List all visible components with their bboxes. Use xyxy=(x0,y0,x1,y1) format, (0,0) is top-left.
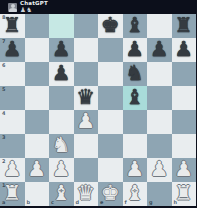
square-d5[interactable]: ♛ xyxy=(74,86,99,110)
square-b5[interactable] xyxy=(25,86,50,110)
square-a4[interactable]: 4 xyxy=(0,110,25,134)
square-f1[interactable]: f♝ xyxy=(123,182,148,206)
square-b4[interactable] xyxy=(25,110,50,134)
black-queen-d5[interactable]: ♛ xyxy=(76,87,95,108)
square-c6[interactable]: ♟ xyxy=(49,62,74,86)
rank-label-4: 4 xyxy=(2,111,5,116)
square-d1[interactable]: d♛ xyxy=(74,182,99,206)
black-bishop-f8[interactable]: ♝ xyxy=(125,15,144,36)
avatar-head-shape xyxy=(11,4,15,8)
black-knight-f6[interactable]: ♞ xyxy=(125,63,144,84)
square-d8[interactable] xyxy=(74,14,99,38)
black-rook-h8[interactable]: ♜ xyxy=(174,15,193,36)
square-e3[interactable] xyxy=(98,134,123,158)
white-pawn-a2[interactable]: ♟ xyxy=(3,159,22,180)
black-pawn-c7[interactable]: ♟ xyxy=(52,39,71,60)
white-queen-d1[interactable]: ♛ xyxy=(76,183,95,204)
square-f4[interactable] xyxy=(123,110,148,134)
white-rook-a1[interactable]: ♜ xyxy=(3,183,22,204)
square-e8[interactable]: ♚ xyxy=(98,14,123,38)
square-b7[interactable] xyxy=(25,38,50,62)
square-f3[interactable] xyxy=(123,134,148,158)
player-bar: ChatGPT ♟♞ xyxy=(0,0,196,14)
square-d3[interactable] xyxy=(74,134,99,158)
square-d6[interactable] xyxy=(74,62,99,86)
square-h4[interactable] xyxy=(172,110,197,134)
square-b8[interactable] xyxy=(25,14,50,38)
black-pawn-a7[interactable]: ♟ xyxy=(3,39,22,60)
white-knight-c3[interactable]: ♞ xyxy=(52,135,71,156)
square-g6[interactable] xyxy=(147,62,172,86)
square-b2[interactable]: ♟ xyxy=(25,158,50,182)
square-c8[interactable] xyxy=(49,14,74,38)
square-g5[interactable] xyxy=(147,86,172,110)
black-bishop-f5[interactable]: ♝ xyxy=(125,87,144,108)
white-bishop-f1[interactable]: ♝ xyxy=(125,183,144,204)
square-c3[interactable]: ♞ xyxy=(49,134,74,158)
square-g2[interactable]: ♟ xyxy=(147,158,172,182)
black-pawn-f7[interactable]: ♟ xyxy=(125,39,144,60)
black-king-e8[interactable]: ♚ xyxy=(101,15,120,36)
white-rook-h1[interactable]: ♜ xyxy=(174,183,193,204)
square-a5[interactable]: 5 xyxy=(0,86,25,110)
square-e4[interactable] xyxy=(98,110,123,134)
black-pawn-c6[interactable]: ♟ xyxy=(52,63,71,84)
black-pawn-h7[interactable]: ♟ xyxy=(174,39,193,60)
square-h6[interactable] xyxy=(172,62,197,86)
square-h7[interactable]: ♟ xyxy=(172,38,197,62)
white-pawn-g2[interactable]: ♟ xyxy=(150,159,169,180)
square-a8[interactable]: 8♜ xyxy=(0,14,25,38)
square-h1[interactable]: h♜ xyxy=(172,182,197,206)
square-a3[interactable]: 3 xyxy=(0,134,25,158)
square-d4[interactable]: ♟ xyxy=(74,110,99,134)
rank-label-6: 6 xyxy=(2,63,5,68)
square-b6[interactable] xyxy=(25,62,50,86)
rank-label-3: 3 xyxy=(2,135,5,140)
square-d7[interactable] xyxy=(74,38,99,62)
square-e6[interactable] xyxy=(98,62,123,86)
square-h5[interactable] xyxy=(172,86,197,110)
player-avatar xyxy=(8,3,17,12)
square-c7[interactable]: ♟ xyxy=(49,38,74,62)
white-pawn-b2[interactable]: ♟ xyxy=(27,159,46,180)
black-rook-a8[interactable]: ♜ xyxy=(3,15,22,36)
square-f8[interactable]: ♝ xyxy=(123,14,148,38)
player-meta: ChatGPT ♟♞ xyxy=(20,1,48,14)
square-b3[interactable] xyxy=(25,134,50,158)
black-pawn-g7[interactable]: ♟ xyxy=(150,39,169,60)
square-a1[interactable]: 1a♜ xyxy=(0,182,25,206)
chess-app-window: ChatGPT ♟♞ 8♜♚♝♜7♟♟♟♟♟6♟♞5♛♝4♟3♞2♟♟♟♟♟♟1… xyxy=(0,0,196,208)
square-g7[interactable]: ♟ xyxy=(147,38,172,62)
rank-label-5: 5 xyxy=(2,87,5,92)
square-h8[interactable]: ♜ xyxy=(172,14,197,38)
square-a2[interactable]: 2♟ xyxy=(0,158,25,182)
file-label-b: b xyxy=(27,200,31,205)
square-e2[interactable] xyxy=(98,158,123,182)
file-label-g: g xyxy=(149,200,153,205)
square-g1[interactable]: g xyxy=(147,182,172,206)
captured-pieces: ♟♞ xyxy=(20,7,48,14)
square-g4[interactable] xyxy=(147,110,172,134)
white-pawn-c2[interactable]: ♟ xyxy=(52,159,71,180)
footer-strip xyxy=(0,206,196,208)
square-a7[interactable]: 7♟ xyxy=(0,38,25,62)
square-b1[interactable]: b xyxy=(25,182,50,206)
square-g8[interactable] xyxy=(147,14,172,38)
square-e1[interactable]: e♚ xyxy=(98,182,123,206)
white-king-e1[interactable]: ♚ xyxy=(101,183,120,204)
white-pawn-h2[interactable]: ♟ xyxy=(174,159,193,180)
square-a6[interactable]: 6 xyxy=(0,62,25,86)
square-c4[interactable] xyxy=(49,110,74,134)
square-h3[interactable] xyxy=(172,134,197,158)
white-pawn-f2[interactable]: ♟ xyxy=(125,159,144,180)
white-pawn-d4[interactable]: ♟ xyxy=(76,111,95,132)
white-bishop-c1[interactable]: ♝ xyxy=(52,183,71,204)
square-c5[interactable] xyxy=(49,86,74,110)
square-d2[interactable] xyxy=(74,158,99,182)
square-f7[interactable]: ♟ xyxy=(123,38,148,62)
avatar-torso-shape xyxy=(9,8,17,12)
square-h2[interactable]: ♟ xyxy=(172,158,197,182)
square-g3[interactable] xyxy=(147,134,172,158)
square-f5[interactable]: ♝ xyxy=(123,86,148,110)
square-c1[interactable]: c♝ xyxy=(49,182,74,206)
square-e7[interactable] xyxy=(98,38,123,62)
square-f2[interactable]: ♟ xyxy=(123,158,148,182)
square-e5[interactable] xyxy=(98,86,123,110)
chess-board: 8♜♚♝♜7♟♟♟♟♟6♟♞5♛♝4♟3♞2♟♟♟♟♟♟1a♜bc♝d♛e♚f♝… xyxy=(0,14,196,206)
square-f6[interactable]: ♞ xyxy=(123,62,148,86)
square-c2[interactable]: ♟ xyxy=(49,158,74,182)
